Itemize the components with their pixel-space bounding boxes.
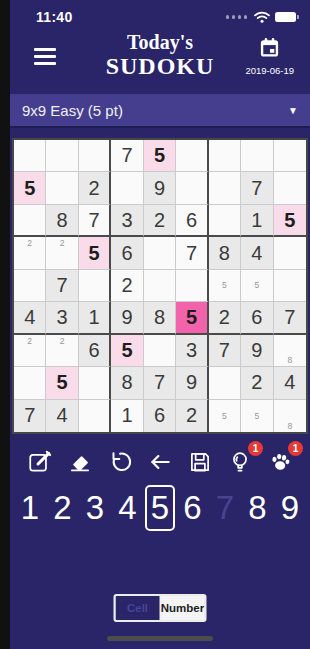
cell-value: 5: [24, 177, 35, 200]
toolbar: 1 1: [10, 447, 310, 477]
cell-r3c4[interactable]: 3: [111, 205, 143, 237]
cell-r7c2[interactable]: 2: [46, 335, 78, 367]
numpad-digit-9[interactable]: 9: [275, 485, 305, 531]
cell-value: 6: [251, 306, 262, 329]
pencil-marks: 5: [242, 271, 271, 300]
cell-r6c8[interactable]: 6: [241, 302, 273, 334]
cell-r8c4[interactable]: 8: [111, 367, 143, 399]
numpad-digit-3[interactable]: 3: [80, 485, 110, 531]
cell-r2c1[interactable]: 5: [14, 172, 46, 204]
cell-value: 9: [154, 177, 165, 200]
cell-r3c7[interactable]: [209, 205, 241, 237]
cell-r5c1[interactable]: [14, 270, 46, 302]
difficulty-select[interactable]: 9x9 Easy (5 pt) ▼: [10, 94, 310, 128]
cell-value: 5: [89, 242, 100, 265]
cell-r6c7[interactable]: 2: [209, 302, 241, 334]
cell-value: 3: [121, 209, 132, 232]
cell-r7c7[interactable]: 7: [209, 335, 241, 367]
cell-value: 4: [284, 371, 295, 394]
cell-r6c5[interactable]: 8: [144, 302, 176, 334]
cell-value: 9: [121, 306, 132, 329]
numpad-digit-5[interactable]: 5: [145, 485, 175, 531]
cell-value: 6: [154, 404, 165, 427]
cell-value: 2: [251, 371, 262, 394]
cell-value: 7: [24, 404, 35, 427]
cell-r8c9[interactable]: 4: [274, 367, 306, 399]
cell-r4c1[interactable]: 2: [14, 237, 46, 269]
cell-r1c4[interactable]: 7: [111, 140, 143, 172]
cell-r7c4[interactable]: 5: [111, 335, 143, 367]
cell-r2c9[interactable]: [274, 172, 306, 204]
undo-icon: [107, 449, 133, 475]
cell-value: 8: [154, 306, 165, 329]
cell-value: 2: [154, 209, 165, 232]
pet-badge: 1: [288, 441, 303, 456]
cell-value: 1: [121, 404, 132, 427]
hint-button[interactable]: 1: [225, 447, 255, 477]
cell-r1c8[interactable]: [241, 140, 273, 172]
cell-r8c8[interactable]: 2: [241, 367, 273, 399]
mode-cell-segment[interactable]: Cell: [116, 596, 160, 620]
cell-r5c5[interactable]: [144, 270, 176, 302]
cell-value: 7: [284, 306, 295, 329]
cell-value: 9: [186, 371, 197, 394]
cell-r1c3[interactable]: [79, 140, 111, 172]
difficulty-label: 9x9 Easy (5 pt): [22, 102, 123, 119]
numpad-digit-2[interactable]: 2: [48, 485, 78, 531]
cell-r1c9[interactable]: [274, 140, 306, 172]
hint-badge: 1: [248, 441, 263, 456]
battery-icon: [275, 12, 296, 22]
cell-value: 9: [251, 339, 262, 362]
cell-r1c7[interactable]: [209, 140, 241, 172]
back-arrow-button[interactable]: [145, 447, 175, 477]
cell-value: 1: [251, 209, 262, 232]
cell-r3c3[interactable]: 7: [79, 205, 111, 237]
numpad-digit-6[interactable]: 6: [178, 485, 208, 531]
pencil-edit-icon: [27, 449, 53, 475]
cell-r4c8[interactable]: 4: [241, 237, 273, 269]
mode-number-segment[interactable]: Number: [161, 596, 205, 620]
cell-r6c2[interactable]: 3: [46, 302, 78, 334]
cell-r4c3[interactable]: 5: [79, 237, 111, 269]
cell-value: 7: [89, 209, 100, 232]
cell-r5c6[interactable]: [176, 270, 208, 302]
cell-value: 4: [57, 404, 68, 427]
cell-value: 4: [24, 306, 35, 329]
save-button[interactable]: [185, 447, 215, 477]
cell-r9c6[interactable]: 2: [176, 400, 208, 432]
cell-value: 7: [121, 144, 132, 167]
pencil-marks: 5: [242, 401, 271, 431]
cell-value: 7: [154, 371, 165, 394]
cell-value: 2: [219, 306, 230, 329]
cell-value: 2: [89, 177, 100, 200]
cell-r9c1[interactable]: 7: [14, 400, 46, 432]
status-time: 11:40: [36, 9, 73, 25]
cell-r5c3[interactable]: [79, 270, 111, 302]
cell-r9c3[interactable]: [79, 400, 111, 432]
calendar-button[interactable]: 2019-06-19: [245, 36, 294, 76]
cell-r2c8[interactable]: 7: [241, 172, 273, 204]
pencil-marks: 2: [47, 336, 76, 365]
cell-value: 7: [219, 339, 230, 362]
cell-r7c3[interactable]: 6: [79, 335, 111, 367]
cell-r9c4[interactable]: 1: [111, 400, 143, 432]
input-mode-toggle: Cell Number: [114, 594, 207, 622]
cellular-signal-icon: [226, 15, 248, 19]
pencil-marks: 2: [15, 238, 44, 267]
cell-value: 3: [186, 339, 197, 362]
cell-r1c5[interactable]: 5: [144, 140, 176, 172]
pencil-marks: 2: [47, 238, 76, 267]
cell-r1c1[interactable]: [14, 140, 46, 172]
cell-r3c9[interactable]: 5: [274, 205, 306, 237]
cell-r7c1[interactable]: 2: [14, 335, 46, 367]
pet-button[interactable]: 1: [265, 447, 295, 477]
pencil-marks: 2: [15, 336, 44, 365]
cell-r2c2[interactable]: [46, 172, 78, 204]
cell-r3c6[interactable]: 6: [176, 205, 208, 237]
cell-r6c1[interactable]: 4: [14, 302, 46, 334]
cell-value: 8: [121, 371, 132, 394]
cell-r4c7[interactable]: 8: [209, 237, 241, 269]
cell-r5c2[interactable]: 7: [46, 270, 78, 302]
cell-value: 5: [284, 209, 295, 232]
cell-r9c2[interactable]: 4: [46, 400, 78, 432]
cell-value: 2: [121, 274, 132, 297]
cell-value: 7: [251, 177, 262, 200]
app-header: Today's SUDOKU 2019-06-19: [10, 30, 310, 94]
home-indicator: [107, 636, 213, 641]
cell-r5c9[interactable]: [274, 270, 306, 302]
numpad-digit-8[interactable]: 8: [243, 485, 273, 531]
cell-r6c3[interactable]: 1: [79, 302, 111, 334]
sudoku-board: 7552978732615225678472554319852672265379…: [12, 138, 308, 434]
numpad-digit-1[interactable]: 1: [15, 485, 45, 531]
sudoku-app: 11:40 Today's SUDOKU 2019-06-19: [10, 0, 310, 649]
cell-r7c5[interactable]: [144, 335, 176, 367]
floppy-save-icon: [187, 449, 213, 475]
cell-value: 5: [121, 339, 132, 362]
cell-r7c8[interactable]: 9: [241, 335, 273, 367]
cell-r4c9[interactable]: [274, 237, 306, 269]
cell-r1c2[interactable]: [46, 140, 78, 172]
cell-r2c6[interactable]: [176, 172, 208, 204]
cell-r3c1[interactable]: [14, 205, 46, 237]
pencil-marks: 5: [210, 401, 239, 431]
cell-r2c4[interactable]: [111, 172, 143, 204]
notes-button[interactable]: [25, 447, 55, 477]
cell-r6c6[interactable]: 5: [176, 302, 208, 334]
cell-r8c1[interactable]: [14, 367, 46, 399]
number-pad: 123456789: [10, 485, 310, 531]
cell-r7c6[interactable]: 3: [176, 335, 208, 367]
cell-r2c5[interactable]: 9: [144, 172, 176, 204]
cell-r7c9[interactable]: 8: [274, 335, 306, 367]
wifi-icon: [254, 11, 270, 23]
cell-r6c4[interactable]: 9: [111, 302, 143, 334]
cell-value: 8: [57, 209, 68, 232]
pencil-marks: 8: [275, 336, 305, 365]
cell-r9c8[interactable]: 5: [241, 400, 273, 432]
cell-value: 5: [57, 371, 68, 394]
cell-value: 5: [186, 306, 197, 329]
cell-value: 7: [57, 274, 68, 297]
cell-r1c6[interactable]: [176, 140, 208, 172]
cell-r8c3[interactable]: [79, 367, 111, 399]
cell-r5c8[interactable]: 5: [241, 270, 273, 302]
cell-value: 1: [89, 306, 100, 329]
numpad-digit-7[interactable]: 7: [210, 485, 240, 531]
status-bar: 11:40: [10, 0, 310, 30]
cell-r3c8[interactable]: 1: [241, 205, 273, 237]
cell-r4c4[interactable]: 6: [111, 237, 143, 269]
cell-r9c5[interactable]: 6: [144, 400, 176, 432]
numpad-digit-4[interactable]: 4: [113, 485, 143, 531]
eraser-button[interactable]: [65, 447, 95, 477]
cell-value: 6: [89, 339, 100, 362]
cell-value: 6: [186, 209, 197, 232]
cell-r8c6[interactable]: 9: [176, 367, 208, 399]
undo-button[interactable]: [105, 447, 135, 477]
cell-r2c3[interactable]: 2: [79, 172, 111, 204]
cell-r4c6[interactable]: 7: [176, 237, 208, 269]
puzzle-date: 2019-06-19: [245, 65, 294, 76]
cell-r9c7[interactable]: 5: [209, 400, 241, 432]
cell-r3c5[interactable]: 2: [144, 205, 176, 237]
cell-value: 7: [186, 242, 197, 265]
cell-r6c9[interactable]: 7: [274, 302, 306, 334]
cell-value: 4: [251, 242, 262, 265]
eraser-icon: [67, 449, 93, 475]
cell-r9c9[interactable]: 8: [274, 400, 306, 432]
calendar-icon: [258, 36, 281, 59]
cell-r8c5[interactable]: 7: [144, 367, 176, 399]
cell-value: 6: [121, 242, 132, 265]
cell-r8c2[interactable]: 5: [46, 367, 78, 399]
cell-r5c7[interactable]: 5: [209, 270, 241, 302]
pencil-marks: 8: [275, 401, 305, 431]
cell-r8c7[interactable]: [209, 367, 241, 399]
left-arrow-icon: [147, 449, 173, 475]
cell-r5c4[interactable]: 2: [111, 270, 143, 302]
cell-value: 5: [154, 144, 165, 167]
cell-r3c2[interactable]: 8: [46, 205, 78, 237]
cell-r4c2[interactable]: 2: [46, 237, 78, 269]
cell-value: 2: [186, 404, 197, 427]
pencil-marks: 5: [210, 271, 239, 300]
cell-value: 3: [57, 306, 68, 329]
cell-value: 8: [219, 242, 230, 265]
cell-r4c5[interactable]: [144, 237, 176, 269]
chevron-down-icon: ▼: [288, 105, 298, 116]
cell-r2c7[interactable]: [209, 172, 241, 204]
